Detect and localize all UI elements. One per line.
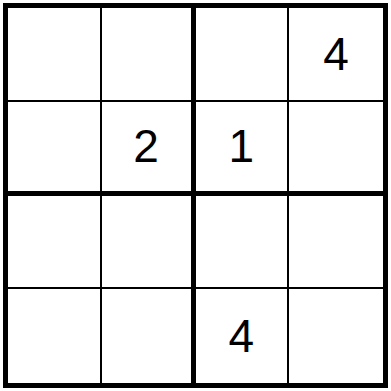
- cell-r3c1[interactable]: [8, 196, 102, 290]
- cell-r4c3[interactable]: 4: [196, 289, 290, 383]
- cell-r3c2[interactable]: [102, 196, 196, 290]
- cell-r4c1[interactable]: [8, 289, 102, 383]
- cell-r2c3[interactable]: 1: [196, 102, 290, 196]
- cell-r3c3[interactable]: [196, 196, 290, 290]
- sudoku-board: 4 2 1 4: [3, 3, 388, 388]
- cell-r4c2[interactable]: [102, 289, 196, 383]
- cell-r1c4[interactable]: 4: [289, 8, 383, 102]
- cell-r1c1[interactable]: [8, 8, 102, 102]
- cell-r2c1[interactable]: [8, 102, 102, 196]
- cell-r4c4[interactable]: [289, 289, 383, 383]
- cell-r3c4[interactable]: [289, 196, 383, 290]
- cell-r2c2[interactable]: 2: [102, 102, 196, 196]
- cell-r1c3[interactable]: [196, 8, 290, 102]
- cell-r2c4[interactable]: [289, 102, 383, 196]
- cell-r1c2[interactable]: [102, 8, 196, 102]
